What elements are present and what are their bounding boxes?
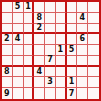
cell-r8c8[interactable] [77, 77, 88, 88]
cell-r3c7[interactable] [67, 24, 78, 35]
cell-r1c6[interactable] [56, 2, 67, 13]
cell-r7c5[interactable] [45, 67, 56, 78]
cell-r1c5[interactable] [45, 2, 56, 13]
cell-r3c8[interactable] [77, 24, 88, 35]
cell-r7c8[interactable] [77, 67, 88, 78]
cell-r8c6[interactable] [56, 77, 67, 88]
cell-r7c1[interactable]: 8 [2, 67, 13, 78]
cell-r2c2[interactable] [13, 13, 24, 24]
cell-r2c6[interactable] [56, 13, 67, 24]
cell-r6c2[interactable] [13, 56, 24, 67]
cell-r5c8[interactable] [77, 45, 88, 56]
cell-r5c7[interactable]: 5 [67, 45, 78, 56]
cell-r3c1[interactable] [2, 24, 13, 35]
cell-r2c7[interactable] [67, 13, 78, 24]
cell-r3c2[interactable] [13, 24, 24, 35]
cell-r1c2[interactable]: 5 [13, 2, 24, 13]
cell-r1c4[interactable] [34, 2, 45, 13]
cell-r5c6[interactable]: 1 [56, 45, 67, 56]
cell-r9c5[interactable] [45, 88, 56, 99]
cell-r2c4[interactable]: 8 [34, 13, 45, 24]
cell-r2c8[interactable]: 4 [77, 13, 88, 24]
cell-r9c4[interactable] [34, 88, 45, 99]
given-digit: 9 [4, 90, 10, 98]
cell-r6c6[interactable] [56, 56, 67, 67]
sudoku-board: 51842246157843197 [0, 0, 101, 101]
cell-r1c3[interactable]: 1 [24, 2, 35, 13]
cell-r1c1[interactable] [2, 2, 13, 13]
cell-r1c9[interactable] [88, 2, 99, 13]
cell-r4c5[interactable] [45, 34, 56, 45]
cell-r3c5[interactable] [45, 24, 56, 35]
cell-r2c3[interactable] [24, 13, 35, 24]
cell-r5c4[interactable] [34, 45, 45, 56]
cell-r7c7[interactable] [67, 67, 78, 78]
given-digit: 7 [47, 56, 53, 64]
cell-r8c3[interactable] [24, 77, 35, 88]
cell-r6c1[interactable] [2, 56, 13, 67]
cell-r9c2[interactable] [13, 88, 24, 99]
cell-r7c2[interactable] [13, 67, 24, 78]
cell-r9c1[interactable]: 9 [2, 88, 13, 99]
given-digit: 4 [36, 68, 42, 76]
cell-r5c5[interactable] [45, 45, 56, 56]
cell-r3c9[interactable] [88, 24, 99, 35]
cell-r2c9[interactable] [88, 13, 99, 24]
given-digit: 3 [47, 78, 53, 86]
given-digit: 4 [15, 35, 21, 43]
cell-r6c9[interactable] [88, 56, 99, 67]
given-digit: 1 [69, 78, 75, 86]
cell-r4c6[interactable] [56, 34, 67, 45]
cell-r8c9[interactable] [88, 77, 99, 88]
cell-r3c3[interactable] [24, 24, 35, 35]
given-digit: 8 [36, 14, 42, 22]
cell-r5c2[interactable] [13, 45, 24, 56]
cell-r7c4[interactable]: 4 [34, 67, 45, 78]
given-digit: 8 [4, 68, 10, 76]
cell-r3c6[interactable] [56, 24, 67, 35]
cell-r9c9[interactable] [88, 88, 99, 99]
given-digit: 1 [57, 46, 63, 54]
cell-r9c8[interactable] [77, 88, 88, 99]
cell-r6c5[interactable]: 7 [45, 56, 56, 67]
given-digit: 5 [15, 3, 21, 11]
cell-r7c3[interactable] [24, 67, 35, 78]
cell-r8c4[interactable] [34, 77, 45, 88]
cell-r9c3[interactable] [24, 88, 35, 99]
cell-r7c9[interactable] [88, 67, 99, 78]
given-digit: 4 [80, 14, 86, 22]
cell-r2c5[interactable] [45, 13, 56, 24]
given-digit: 1 [25, 3, 31, 11]
cell-r6c8[interactable] [77, 56, 88, 67]
cell-r1c7[interactable] [67, 2, 78, 13]
cell-r6c4[interactable] [34, 56, 45, 67]
cell-r6c7[interactable] [67, 56, 78, 67]
cell-r4c2[interactable]: 4 [13, 34, 24, 45]
cell-r9c7[interactable]: 7 [67, 88, 78, 99]
cell-r5c9[interactable] [88, 45, 99, 56]
given-digit: 2 [36, 24, 42, 32]
cell-r4c8[interactable]: 6 [77, 34, 88, 45]
cell-r7c6[interactable] [56, 67, 67, 78]
given-digit: 7 [69, 90, 75, 98]
cell-r8c7[interactable]: 1 [67, 77, 78, 88]
given-digit: 2 [4, 35, 10, 43]
cell-r1c8[interactable] [77, 2, 88, 13]
cell-r9c6[interactable] [56, 88, 67, 99]
cell-r8c1[interactable] [2, 77, 13, 88]
cell-r4c3[interactable] [24, 34, 35, 45]
cell-r6c3[interactable] [24, 56, 35, 67]
cell-r5c1[interactable] [2, 45, 13, 56]
cell-r4c7[interactable] [67, 34, 78, 45]
cell-r4c9[interactable] [88, 34, 99, 45]
cell-r8c2[interactable] [13, 77, 24, 88]
cell-r4c4[interactable] [34, 34, 45, 45]
given-digit: 6 [80, 35, 86, 43]
cell-r3c4[interactable]: 2 [34, 24, 45, 35]
cell-r2c1[interactable] [2, 13, 13, 24]
cell-r8c5[interactable]: 3 [45, 77, 56, 88]
cell-r4c1[interactable]: 2 [2, 34, 13, 45]
given-digit: 5 [69, 46, 75, 54]
cell-r5c3[interactable] [24, 45, 35, 56]
